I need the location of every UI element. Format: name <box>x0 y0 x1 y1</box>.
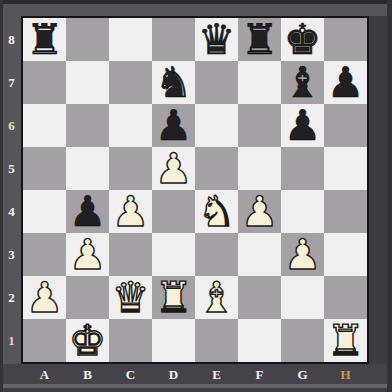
square-f7[interactable] <box>238 61 281 104</box>
square-c1[interactable] <box>109 319 152 362</box>
piece-black-pawn[interactable]: ♟ <box>327 61 365 104</box>
file-label-b: B <box>66 365 109 384</box>
square-d6[interactable]: ♟ <box>152 104 195 147</box>
square-e2[interactable]: ♝ <box>195 276 238 319</box>
square-d3[interactable] <box>152 233 195 276</box>
square-h1[interactable]: ♜ <box>324 319 367 362</box>
file-label-c: C <box>109 365 152 384</box>
square-h5[interactable] <box>324 147 367 190</box>
square-e4[interactable]: ♞ <box>195 190 238 233</box>
square-h3[interactable] <box>324 233 367 276</box>
square-g8[interactable]: ♚ <box>281 18 324 61</box>
piece-white-knight[interactable]: ♞ <box>198 190 236 233</box>
piece-black-rook[interactable]: ♜ <box>241 18 279 61</box>
square-c7[interactable] <box>109 61 152 104</box>
square-d5[interactable]: ♟ <box>152 147 195 190</box>
square-h8[interactable] <box>324 18 367 61</box>
file-label-g: G <box>281 365 324 384</box>
rank-label-1: 1 <box>2 319 21 362</box>
frame-right-edge <box>387 0 392 392</box>
square-g5[interactable] <box>281 147 324 190</box>
file-label-f: F <box>238 365 281 384</box>
rank-label-8: 8 <box>2 18 21 61</box>
square-e8[interactable]: ♛ <box>195 18 238 61</box>
piece-white-king[interactable]: ♚ <box>69 319 107 362</box>
square-d2[interactable]: ♜ <box>152 276 195 319</box>
frame-bottom-foot <box>3 388 387 392</box>
square-h6[interactable] <box>324 104 367 147</box>
square-g4[interactable] <box>281 190 324 233</box>
file-label-d: D <box>152 365 195 384</box>
piece-black-knight[interactable]: ♞ <box>155 61 193 104</box>
square-e5[interactable] <box>195 147 238 190</box>
piece-black-rook[interactable]: ♜ <box>26 18 64 61</box>
square-a4[interactable] <box>23 190 66 233</box>
square-b7[interactable] <box>66 61 109 104</box>
piece-white-pawn[interactable]: ♟ <box>69 233 107 276</box>
square-a5[interactable] <box>23 147 66 190</box>
square-h2[interactable] <box>324 276 367 319</box>
file-label-a: A <box>23 365 66 384</box>
square-e3[interactable] <box>195 233 238 276</box>
square-b2[interactable] <box>66 276 109 319</box>
square-a8[interactable]: ♜ <box>23 18 66 61</box>
square-c4[interactable]: ♟ <box>109 190 152 233</box>
piece-black-pawn[interactable]: ♟ <box>284 104 322 147</box>
square-g2[interactable] <box>281 276 324 319</box>
rank-label-6: 6 <box>2 104 21 147</box>
piece-white-pawn[interactable]: ♟ <box>155 147 193 190</box>
piece-white-pawn[interactable]: ♟ <box>241 190 279 233</box>
square-g1[interactable] <box>281 319 324 362</box>
square-b4[interactable]: ♟ <box>66 190 109 233</box>
square-c2[interactable]: ♛ <box>109 276 152 319</box>
piece-white-rook[interactable]: ♜ <box>155 276 193 319</box>
square-g7[interactable]: ♝ <box>281 61 324 104</box>
square-d7[interactable]: ♞ <box>152 61 195 104</box>
piece-black-queen[interactable]: ♛ <box>198 18 236 61</box>
piece-black-king[interactable]: ♚ <box>284 18 322 61</box>
square-f4[interactable]: ♟ <box>238 190 281 233</box>
square-f8[interactable]: ♜ <box>238 18 281 61</box>
square-c5[interactable] <box>109 147 152 190</box>
square-b8[interactable] <box>66 18 109 61</box>
piece-white-pawn[interactable]: ♟ <box>284 233 322 276</box>
chess-board: ♜♛♜♚♞♝♟♟♟♟♟♟♞♟♟♟♟♛♜♝♚♜ <box>21 16 369 364</box>
rank-label-7: 7 <box>2 61 21 104</box>
square-b6[interactable] <box>66 104 109 147</box>
square-e1[interactable] <box>195 319 238 362</box>
square-h7[interactable]: ♟ <box>324 61 367 104</box>
square-h4[interactable] <box>324 190 367 233</box>
square-f6[interactable] <box>238 104 281 147</box>
piece-white-pawn[interactable]: ♟ <box>112 190 150 233</box>
file-label-h: H <box>324 365 367 384</box>
piece-white-pawn[interactable]: ♟ <box>26 276 64 319</box>
square-f5[interactable] <box>238 147 281 190</box>
square-a7[interactable] <box>23 61 66 104</box>
piece-white-rook[interactable]: ♜ <box>327 319 365 362</box>
piece-black-pawn[interactable]: ♟ <box>155 104 193 147</box>
piece-white-queen[interactable]: ♛ <box>112 276 150 319</box>
square-f1[interactable] <box>238 319 281 362</box>
piece-white-bishop[interactable]: ♝ <box>198 276 236 319</box>
square-a1[interactable] <box>23 319 66 362</box>
rank-label-3: 3 <box>2 233 21 276</box>
square-c3[interactable] <box>109 233 152 276</box>
square-d4[interactable] <box>152 190 195 233</box>
square-d8[interactable] <box>152 18 195 61</box>
rank-labels: 87654321 <box>2 18 21 362</box>
file-labels: ABCDEFGH <box>23 365 367 384</box>
square-b3[interactable]: ♟ <box>66 233 109 276</box>
rank-label-5: 5 <box>2 147 21 190</box>
square-e7[interactable] <box>195 61 238 104</box>
rank-label-4: 4 <box>2 190 21 233</box>
square-c6[interactable] <box>109 104 152 147</box>
square-a3[interactable] <box>23 233 66 276</box>
file-label-e: E <box>195 365 238 384</box>
square-e6[interactable] <box>195 104 238 147</box>
square-g6[interactable]: ♟ <box>281 104 324 147</box>
square-d1[interactable] <box>152 319 195 362</box>
square-a6[interactable] <box>23 104 66 147</box>
square-g3[interactable]: ♟ <box>281 233 324 276</box>
square-c8[interactable] <box>109 18 152 61</box>
square-f3[interactable] <box>238 233 281 276</box>
square-f2[interactable] <box>238 276 281 319</box>
square-b5[interactable] <box>66 147 109 190</box>
piece-black-pawn[interactable]: ♟ <box>69 190 107 233</box>
rank-label-2: 2 <box>2 276 21 319</box>
square-b1[interactable]: ♚ <box>66 319 109 362</box>
square-a2[interactable]: ♟ <box>23 276 66 319</box>
piece-black-bishop[interactable]: ♝ <box>284 61 322 104</box>
